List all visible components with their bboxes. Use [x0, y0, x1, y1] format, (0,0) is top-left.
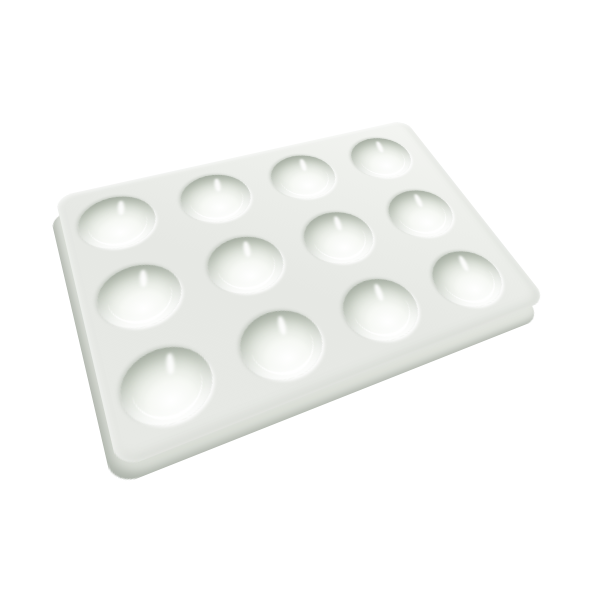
well-r2-c3	[293, 205, 384, 271]
well-r3-c2	[229, 301, 334, 392]
well-r3-c1	[112, 335, 223, 439]
well-rim-highlight	[428, 248, 507, 311]
well-grid	[55, 120, 405, 197]
well-r2-c2	[199, 229, 294, 303]
product-photo	[0, 0, 600, 600]
well-r3-c3	[331, 270, 431, 351]
well-rim-highlight	[340, 275, 422, 345]
well-r2-c1	[90, 256, 190, 339]
well-rim-highlight	[385, 188, 456, 240]
well-r1-c1	[72, 190, 163, 258]
well-r2-c4	[377, 184, 464, 244]
well-r1-c2	[173, 169, 260, 230]
well-rim-highlight	[349, 136, 415, 180]
well-r1-c3	[262, 150, 345, 205]
tray-top-surface	[55, 120, 547, 470]
well-r1-c4	[341, 133, 421, 184]
well-r3-c4	[420, 243, 515, 315]
